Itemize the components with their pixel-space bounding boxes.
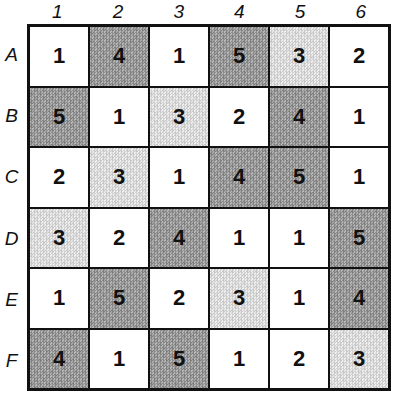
- column-headers: 123456: [27, 0, 391, 24]
- cell-A3: 1: [150, 27, 208, 86]
- cell-F5: 2: [270, 330, 328, 389]
- cell-F4: 1: [210, 330, 268, 389]
- cell-C5: 5: [270, 148, 328, 207]
- puzzle-board: 141532513241231451324115152314415123: [27, 24, 391, 391]
- col-label-1: 1: [27, 0, 88, 24]
- cell-C2: 3: [90, 148, 148, 207]
- col-label-6: 6: [330, 0, 391, 24]
- col-label-3: 3: [148, 0, 209, 24]
- cell-C3: 1: [150, 148, 208, 207]
- cell-E4: 3: [210, 269, 268, 328]
- cell-F6: 3: [330, 330, 388, 389]
- cell-D6: 5: [330, 209, 388, 268]
- cell-E2: 5: [90, 269, 148, 328]
- cell-D4: 1: [210, 209, 268, 268]
- cell-B2: 1: [90, 88, 148, 147]
- cell-B1: 5: [30, 88, 88, 147]
- cell-D3: 4: [150, 209, 208, 268]
- cell-A4: 5: [210, 27, 268, 86]
- row-label-D: D: [0, 208, 27, 269]
- row-label-A: A: [0, 24, 27, 85]
- cell-F1: 4: [30, 330, 88, 389]
- cell-D2: 2: [90, 209, 148, 268]
- cell-F2: 1: [90, 330, 148, 389]
- cell-E6: 4: [330, 269, 388, 328]
- row-headers: ABCDEF: [0, 24, 27, 391]
- row-label-F: F: [0, 330, 27, 391]
- row-label-C: C: [0, 146, 27, 207]
- cell-E5: 1: [270, 269, 328, 328]
- puzzle-diagram: 123456 ABCDEF 14153251324123145132411515…: [0, 0, 400, 401]
- cell-A2: 4: [90, 27, 148, 86]
- cell-D5: 1: [270, 209, 328, 268]
- cell-B4: 2: [210, 88, 268, 147]
- cell-B6: 1: [330, 88, 388, 147]
- cell-A6: 2: [330, 27, 388, 86]
- cell-A5: 3: [270, 27, 328, 86]
- cell-A1: 1: [30, 27, 88, 86]
- cell-C1: 2: [30, 148, 88, 207]
- col-label-2: 2: [88, 0, 149, 24]
- cell-B5: 4: [270, 88, 328, 147]
- cell-C4: 4: [210, 148, 268, 207]
- cell-C6: 1: [330, 148, 388, 207]
- row-label-E: E: [0, 269, 27, 330]
- row-label-B: B: [0, 85, 27, 146]
- col-label-5: 5: [270, 0, 331, 24]
- cell-E3: 2: [150, 269, 208, 328]
- col-label-4: 4: [209, 0, 270, 24]
- cell-E1: 1: [30, 269, 88, 328]
- cell-B3: 3: [150, 88, 208, 147]
- cell-F3: 5: [150, 330, 208, 389]
- cell-D1: 3: [30, 209, 88, 268]
